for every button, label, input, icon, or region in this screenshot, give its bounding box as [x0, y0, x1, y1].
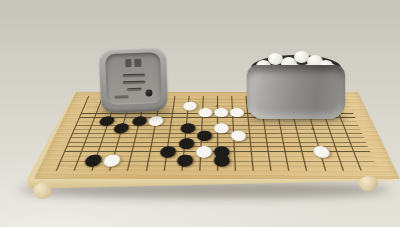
- white-stone: ●: [213, 121, 230, 134]
- white-stone: ●: [197, 106, 213, 118]
- clock-display-slot: [127, 88, 141, 91]
- clock-logo: [125, 59, 141, 68]
- photo-scene: ●●●●●●●●●●●●●●●●●●●●●: [0, 0, 400, 227]
- white-stone: ●: [310, 143, 332, 158]
- board-foot-right: [359, 176, 378, 191]
- black-stone: ●: [213, 152, 232, 168]
- white-stone: ●: [230, 128, 248, 142]
- black-stone: ●: [175, 152, 195, 168]
- black-stone: ●: [111, 121, 131, 134]
- board-foot-left: [33, 183, 52, 199]
- stone-bowl: [247, 65, 345, 119]
- black-stone: ●: [177, 135, 196, 149]
- white-stone: ●: [182, 100, 199, 111]
- black-stone: ●: [158, 143, 178, 158]
- black-stone: ●: [179, 121, 197, 134]
- clock-display-slot: [123, 81, 145, 85]
- clock-face: [105, 52, 162, 105]
- white-stone: ●: [194, 143, 212, 158]
- clock-button: [145, 89, 152, 96]
- clock-label-area: [115, 95, 129, 98]
- clock-display-slot: [122, 74, 144, 78]
- white-stone: ●: [100, 152, 123, 168]
- white-stone: ●: [213, 106, 229, 118]
- go-board: ●●●●●●●●●●●●●●●●●●●●●: [34, 92, 400, 179]
- white-stone: ●: [229, 106, 246, 118]
- game-clock: [99, 47, 168, 113]
- black-stone: ●: [195, 128, 213, 142]
